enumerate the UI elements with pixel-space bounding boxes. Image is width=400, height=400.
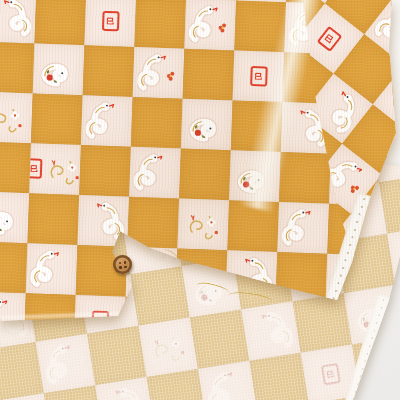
fabric-cell-cream	[56, 389, 126, 400]
fabric-cell-cream	[129, 147, 181, 199]
gold-vine-blossom-motif	[0, 96, 29, 139]
fabric-cell-mustard	[272, 352, 324, 400]
snake-right-motif	[0, 333, 42, 392]
top-fabric-clip	[0, 0, 400, 400]
snake-right-motif	[0, 296, 22, 339]
fabric-cell-mustard	[279, 152, 331, 204]
fabric-cell-cream	[197, 372, 267, 400]
gold-vine-blossom-motif	[124, 316, 183, 375]
fabric-cell-cream	[184, 0, 236, 50]
snake-zodiac-seal-stamp	[210, 323, 236, 349]
fabric-cell-mustard	[179, 149, 231, 201]
coiled-snake-motif	[233, 154, 276, 197]
snake-zodiac-seal-stamp	[250, 66, 268, 87]
fabric-cell-mustard	[298, 324, 368, 394]
fabric-cell-mustard	[0, 342, 24, 394]
fabric-cell-mustard	[17, 358, 87, 400]
fabric-cell-cream	[48, 319, 118, 389]
gold-vine-blossom-motif	[26, 347, 69, 390]
coiled-snake-motif	[37, 48, 80, 91]
fabric-cell-cream	[222, 350, 274, 400]
fabric-cell-cream	[0, 192, 29, 244]
snake-right-motif	[264, 298, 323, 357]
fabric-cell-cream	[26, 243, 78, 295]
fabric-cell-mustard	[234, 0, 286, 52]
fabric-cell-mustard	[0, 242, 27, 294]
snake-left-motif	[82, 199, 125, 242]
fabric-cell-cream	[181, 99, 233, 151]
snake-zodiac-seal-stamp	[339, 369, 357, 390]
fabric-cell-mustard	[0, 42, 34, 94]
snake-right-motif	[85, 99, 128, 142]
fabric-cell-cream	[229, 150, 281, 202]
snake-right-motif	[62, 395, 121, 400]
snake-left-motif	[53, 324, 112, 383]
fabric-cell-mustard	[79, 145, 131, 197]
fabric-cell-cream	[267, 363, 337, 400]
snake-right-motif	[281, 206, 324, 249]
fabric-cell-cream	[77, 195, 129, 247]
snake-right-motif	[334, 290, 393, 349]
fabric-cell-cream	[322, 354, 374, 400]
snake-right-motif	[188, 3, 231, 46]
snake-zodiac-seal-stamp	[91, 311, 109, 332]
wooden-button	[113, 255, 132, 274]
fabric-cell-cream	[84, 0, 136, 47]
fabric-cell-mustard	[183, 49, 235, 101]
fabric-cell-cream	[70, 395, 122, 400]
fabric-cell-mustard	[224, 300, 276, 352]
snake-right-motif	[137, 51, 180, 94]
fabric-cell-mustard	[376, 256, 400, 308]
snake-right-motif	[226, 354, 269, 397]
fabric-cell-mustard	[324, 304, 376, 356]
fabric-photo-scene	[0, 0, 400, 400]
fabric-cell-cream	[81, 95, 133, 147]
coiled-snake-motif	[132, 386, 191, 400]
fabric-cell-mustard	[124, 297, 176, 349]
fabric-cell-mustard	[228, 332, 298, 400]
gold-vine-blossom-motif	[42, 148, 81, 191]
fabric-cell-cream	[277, 202, 329, 254]
fabric-cell-cream	[374, 305, 400, 357]
fabric-cell-mustard	[134, 0, 186, 49]
fabric-cell-mustard	[24, 293, 76, 345]
fabric-cell-mustard	[276, 252, 328, 304]
fabric-cell-cream	[177, 199, 229, 251]
fabric-cell-mustard	[372, 355, 400, 400]
snake-left-motif	[0, 0, 32, 39]
snake-left-motif	[396, 211, 400, 270]
fabric-cell-cream	[188, 301, 258, 371]
snake-left-motif	[0, 396, 18, 400]
snake-left-motif	[202, 377, 261, 400]
fabric-cell-mustard	[20, 393, 72, 400]
fabric-cell-mustard	[231, 100, 283, 152]
fabric-cell-cream	[29, 143, 81, 195]
fabric-cell-cream	[390, 205, 400, 275]
coiled-snake-motif	[278, 306, 321, 349]
fabric-cell-mustard	[368, 315, 400, 385]
fabric-cell-mustard	[72, 345, 124, 397]
coiled-snake-motif	[273, 369, 332, 400]
fabric-cell-mustard	[34, 0, 86, 45]
snake-zodiac-seal-stamp	[101, 11, 119, 32]
fabric-cell-cream	[377, 206, 400, 258]
gold-vine-blossom-motif	[182, 203, 225, 246]
fabric-cell-cream	[274, 302, 326, 354]
fabric-cell-cream	[122, 347, 174, 399]
fabric-cell-cream	[0, 0, 36, 43]
fabric-cell-mustard	[172, 348, 224, 400]
snake-left-motif	[126, 351, 169, 394]
fabric-cell-mustard	[131, 97, 183, 149]
fabric-cell-cream	[233, 50, 285, 102]
snake-right-motif	[378, 310, 400, 353]
fabric-cell-mustard	[157, 341, 227, 400]
fabric-cell-cream	[33, 43, 85, 95]
fabric-cell-cream	[22, 343, 74, 395]
fabric-cell-mustard	[227, 200, 279, 252]
fabric-cell-cream	[0, 327, 48, 397]
snake-right-motif	[30, 247, 73, 290]
coiled-snake-motif	[0, 196, 25, 239]
fabric-cell-mustard	[149, 271, 219, 341]
fabric-cell-mustard	[87, 349, 157, 400]
fabric-cell-mustard	[27, 193, 79, 245]
fabric-cell-cream	[127, 380, 197, 400]
fabric-cell-mustard	[31, 93, 83, 145]
coiled-snake-motif	[185, 103, 228, 146]
fabric-cell-cream	[74, 295, 126, 347]
fabric-cell-cream	[0, 292, 26, 344]
fabric-cell-cream	[337, 354, 400, 400]
fabric-cell-mustard	[306, 394, 376, 400]
fabric-cell-mustard	[0, 142, 31, 194]
fabric-cell-cream	[174, 299, 226, 351]
snake-left-motif	[178, 303, 221, 346]
fabric-cell-cream	[118, 310, 188, 380]
fabric-cell-mustard	[127, 197, 179, 249]
gold-vine-blossom-motif	[343, 360, 400, 400]
fabric-cell-cream	[133, 47, 185, 99]
snake-right-motif	[133, 151, 176, 194]
snake-zodiac-seal-stamp	[316, 25, 342, 51]
top-fabric-layer	[0, 0, 400, 400]
fabric-cell-mustard	[359, 245, 400, 315]
fabric-cell-cream	[0, 92, 33, 144]
fabric-cell-mustard	[395, 0, 400, 26]
coiled-snake-motif	[381, 210, 400, 253]
snake-zodiac-seal-stamp	[29, 158, 42, 179]
fabric-cell-cream	[0, 391, 22, 400]
fabric-cell-mustard	[83, 45, 135, 97]
